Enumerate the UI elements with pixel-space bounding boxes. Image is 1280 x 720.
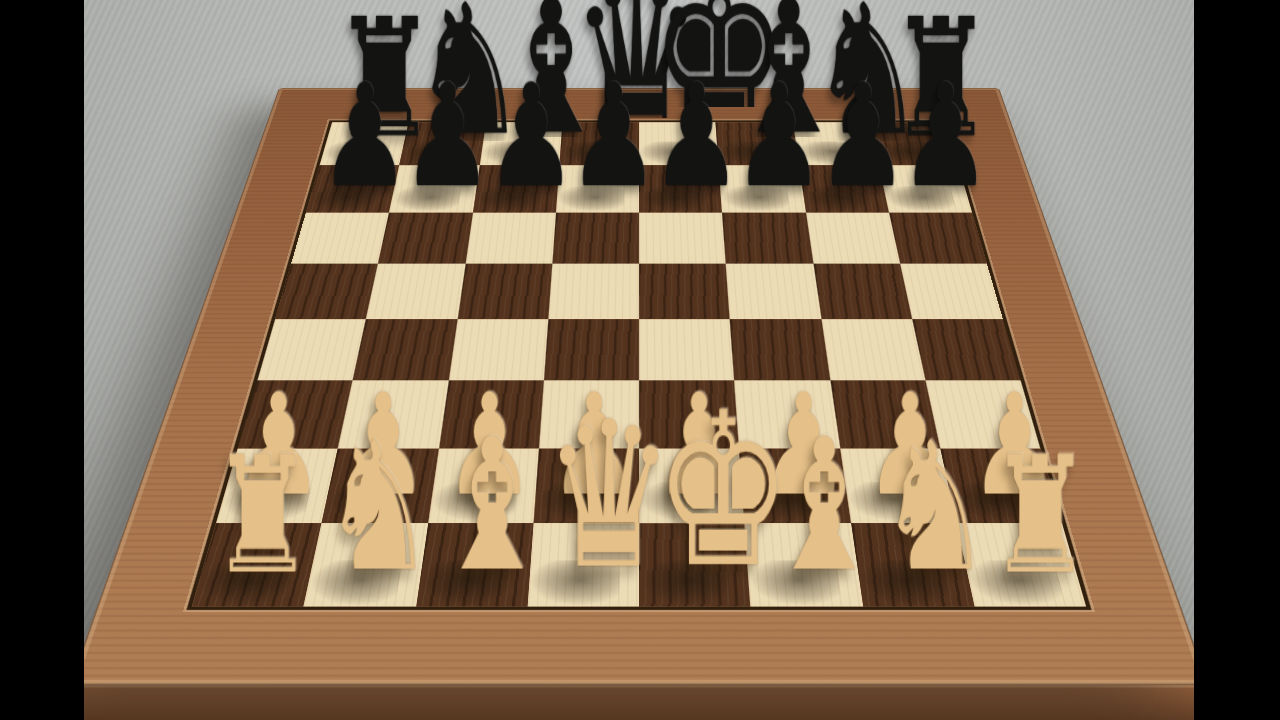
letterbox-right-bar xyxy=(1194,0,1280,720)
square-d8: ♛ xyxy=(559,122,639,165)
square-d7: ♟ xyxy=(556,165,639,212)
square-h6 xyxy=(889,212,987,263)
square-c7: ♟ xyxy=(473,165,560,212)
chessboard-photo: ♜♞♝♛♚♝♞♜♟♟♟♟♟♟♟♟♟♟♟♟♟♟♟♟♜♞♝♛♚♝♞♜ xyxy=(84,0,1194,720)
black-bishop-piece: ♝ xyxy=(730,0,787,161)
square-g5 xyxy=(813,263,912,319)
square-c5 xyxy=(457,263,552,319)
black-bishop-piece: ♝ xyxy=(491,0,548,161)
square-d2: ♟ xyxy=(533,448,639,523)
black-rook-piece: ♜ xyxy=(889,0,946,161)
square-d4 xyxy=(544,319,639,380)
square-h1: ♜ xyxy=(956,523,1086,606)
square-h7: ♟ xyxy=(879,165,972,212)
square-f8: ♝ xyxy=(716,122,799,165)
square-a5 xyxy=(275,263,378,319)
square-h5 xyxy=(900,263,1003,319)
square-g8: ♞ xyxy=(792,122,878,165)
square-e2: ♟ xyxy=(639,448,745,523)
square-e6 xyxy=(639,212,726,263)
square-h2: ♟ xyxy=(940,448,1062,523)
square-e1: ♚ xyxy=(639,523,751,606)
square-f6 xyxy=(722,212,813,263)
square-d5 xyxy=(548,263,639,319)
board-near-edge xyxy=(84,685,1194,720)
square-f2: ♟ xyxy=(739,448,850,523)
black-king-piece: ♚ xyxy=(650,0,707,161)
square-c2: ♟ xyxy=(428,448,539,523)
square-e4 xyxy=(639,319,734,380)
square-d1: ♛ xyxy=(527,523,639,606)
black-rook-piece: ♜ xyxy=(332,0,389,161)
square-g1: ♞ xyxy=(850,523,974,606)
photo-stage: ♜♞♝♛♚♝♞♜♟♟♟♟♟♟♟♟♟♟♟♟♟♟♟♟♜♞♝♛♚♝♞♜ xyxy=(0,0,1280,720)
black-knight-piece: ♞ xyxy=(412,0,469,161)
chess-board: ♜♞♝♛♚♝♞♜♟♟♟♟♟♟♟♟♟♟♟♟♟♟♟♟♜♞♝♛♚♝♞♜ xyxy=(84,88,1194,685)
letterbox-left-bar xyxy=(0,0,84,720)
square-b8: ♞ xyxy=(399,122,485,165)
square-b3 xyxy=(338,381,448,449)
square-e3 xyxy=(639,381,739,449)
black-knight-piece: ♞ xyxy=(809,0,866,161)
square-f1: ♝ xyxy=(745,523,863,606)
square-g4 xyxy=(821,319,925,380)
square-a2: ♟ xyxy=(216,448,338,523)
square-g7: ♟ xyxy=(799,165,889,212)
square-h4 xyxy=(912,319,1021,380)
square-f4 xyxy=(730,319,830,380)
square-a6 xyxy=(291,212,389,263)
square-f5 xyxy=(726,263,821,319)
square-g6 xyxy=(805,212,899,263)
square-f3 xyxy=(734,381,839,449)
square-a3 xyxy=(238,381,353,449)
square-b4 xyxy=(353,319,457,380)
square-c8: ♝ xyxy=(479,122,562,165)
square-a4 xyxy=(257,319,366,380)
square-h8: ♜ xyxy=(869,122,958,165)
black-queen-piece: ♛ xyxy=(571,0,628,161)
square-a1: ♜ xyxy=(192,523,322,606)
square-f7: ♟ xyxy=(719,165,806,212)
square-b1: ♞ xyxy=(304,523,428,606)
scene-3d: ♜♞♝♛♚♝♞♜♟♟♟♟♟♟♟♟♟♟♟♟♟♟♟♟♜♞♝♛♚♝♞♜ xyxy=(84,0,1194,720)
square-a8: ♜ xyxy=(320,122,409,165)
square-d6 xyxy=(552,212,639,263)
square-e8: ♚ xyxy=(639,122,719,165)
square-g2: ♟ xyxy=(840,448,957,523)
square-a7: ♟ xyxy=(306,165,399,212)
square-c1: ♝ xyxy=(416,523,534,606)
square-c4 xyxy=(448,319,548,380)
square-b5 xyxy=(366,263,465,319)
square-e7: ♟ xyxy=(639,165,722,212)
square-h3 xyxy=(925,381,1040,449)
square-c3 xyxy=(438,381,543,449)
square-b2: ♟ xyxy=(322,448,439,523)
square-d3 xyxy=(539,381,639,449)
playing-area: ♜♞♝♛♚♝♞♜♟♟♟♟♟♟♟♟♟♟♟♟♟♟♟♟♜♞♝♛♚♝♞♜ xyxy=(186,120,1091,610)
square-e5 xyxy=(639,263,730,319)
square-g3 xyxy=(830,381,940,449)
square-b7: ♟ xyxy=(389,165,479,212)
square-b6 xyxy=(378,212,472,263)
square-c6 xyxy=(465,212,556,263)
